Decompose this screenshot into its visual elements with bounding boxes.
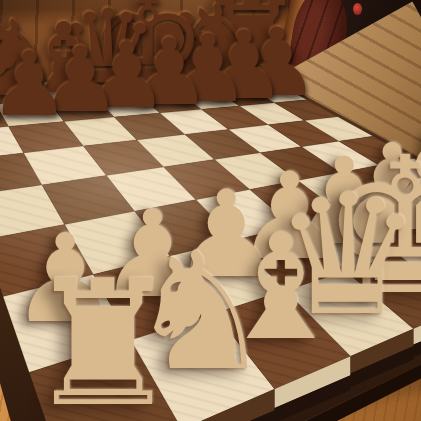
piece-white-rook[interactable]: ♜ (25, 257, 181, 421)
piece-black-pawn[interactable]: ♟ (0, 45, 13, 133)
chess-scene: ♜♞♝♛♚♝♞♜♟♟♟♟♟♟♟♟♟♟♟♟♟♟♟♟♜♞♝♛♚♝♞ (0, 0, 421, 421)
